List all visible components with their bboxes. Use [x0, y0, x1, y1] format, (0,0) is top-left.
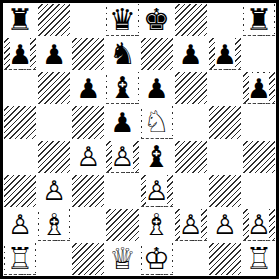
- square-b5[interactable]: [37, 105, 71, 139]
- square-a2[interactable]: ♙: [3, 208, 37, 242]
- chess-board: ♜♛♚♜♟♟♞♟♟♟♝♟♟♟♘♙♙♝♙♙♙♗♗♙♙♙♖♕♔♖: [0, 0, 279, 279]
- square-a3[interactable]: [3, 174, 37, 208]
- black-bishop-e4: ♝: [140, 140, 174, 174]
- square-c6[interactable]: ♟: [71, 71, 105, 105]
- black-king-e8: ♚: [140, 3, 174, 37]
- square-g5[interactable]: [208, 105, 242, 139]
- black-rook-h8: ♜: [242, 3, 276, 37]
- square-g7[interactable]: ♟: [208, 37, 242, 71]
- square-h3[interactable]: [242, 174, 276, 208]
- square-d1[interactable]: ♕: [105, 242, 139, 276]
- square-e4[interactable]: ♝: [140, 140, 174, 174]
- square-h5[interactable]: [242, 105, 276, 139]
- square-b6[interactable]: [37, 71, 71, 105]
- square-f7[interactable]: ♟: [174, 37, 208, 71]
- black-queen-d8: ♛: [105, 3, 139, 37]
- square-f6[interactable]: [174, 71, 208, 105]
- square-e3[interactable]: ♙: [140, 174, 174, 208]
- square-g4[interactable]: [208, 140, 242, 174]
- white-pawn-d4: ♙: [105, 140, 139, 174]
- square-h7[interactable]: [242, 37, 276, 71]
- white-pawn-g2: ♙: [208, 208, 242, 242]
- square-b7[interactable]: ♟: [37, 37, 71, 71]
- square-a6[interactable]: [3, 71, 37, 105]
- white-pawn-e3: ♙: [140, 174, 174, 208]
- black-knight-d7: ♞: [105, 37, 139, 71]
- square-d3[interactable]: [105, 174, 139, 208]
- square-b8[interactable]: [37, 3, 71, 37]
- white-bishop-e2: ♗: [140, 208, 174, 242]
- square-g1[interactable]: [208, 242, 242, 276]
- black-pawn-f7: ♟: [174, 37, 208, 71]
- square-d8[interactable]: ♛: [105, 3, 139, 37]
- white-queen-d1: ♕: [105, 242, 139, 276]
- square-c2[interactable]: [71, 208, 105, 242]
- square-c8[interactable]: [71, 3, 105, 37]
- white-bishop-b2: ♗: [37, 208, 71, 242]
- square-f4[interactable]: [174, 140, 208, 174]
- square-h1[interactable]: ♖: [242, 242, 276, 276]
- black-pawn-d5: ♟: [105, 105, 139, 139]
- square-f3[interactable]: [174, 174, 208, 208]
- square-e1[interactable]: ♔: [140, 242, 174, 276]
- square-f5[interactable]: [174, 105, 208, 139]
- black-pawn-h6: ♟: [242, 71, 276, 105]
- white-king-e1: ♔: [140, 242, 174, 276]
- square-e7[interactable]: [140, 37, 174, 71]
- square-c1[interactable]: [71, 242, 105, 276]
- white-pawn-a2: ♙: [3, 208, 37, 242]
- white-rook-a1: ♖: [3, 242, 37, 276]
- square-b4[interactable]: [37, 140, 71, 174]
- white-pawn-h2: ♙: [242, 208, 276, 242]
- square-g2[interactable]: ♙: [208, 208, 242, 242]
- square-h4[interactable]: [242, 140, 276, 174]
- square-d2[interactable]: [105, 208, 139, 242]
- white-pawn-f2: ♙: [174, 208, 208, 242]
- black-bishop-d6: ♝: [105, 71, 139, 105]
- square-d4[interactable]: ♙: [105, 140, 139, 174]
- black-pawn-g7: ♟: [208, 37, 242, 71]
- white-knight-e5: ♘: [140, 105, 174, 139]
- square-f8[interactable]: [174, 3, 208, 37]
- square-f2[interactable]: ♙: [174, 208, 208, 242]
- square-a5[interactable]: [3, 105, 37, 139]
- black-pawn-c6: ♟: [71, 71, 105, 105]
- square-a1[interactable]: ♖: [3, 242, 37, 276]
- square-a8[interactable]: ♜: [3, 3, 37, 37]
- square-c7[interactable]: [71, 37, 105, 71]
- square-c4[interactable]: ♙: [71, 140, 105, 174]
- square-b3[interactable]: ♙: [37, 174, 71, 208]
- square-h8[interactable]: ♜: [242, 3, 276, 37]
- square-d6[interactable]: ♝: [105, 71, 139, 105]
- square-h2[interactable]: ♙: [242, 208, 276, 242]
- square-e8[interactable]: ♚: [140, 3, 174, 37]
- square-e6[interactable]: ♟: [140, 71, 174, 105]
- white-rook-h1: ♖: [242, 242, 276, 276]
- square-d5[interactable]: ♟: [105, 105, 139, 139]
- black-pawn-e6: ♟: [140, 71, 174, 105]
- black-pawn-a7: ♟: [3, 37, 37, 71]
- square-g8[interactable]: [208, 3, 242, 37]
- square-c3[interactable]: [71, 174, 105, 208]
- square-a4[interactable]: [3, 140, 37, 174]
- white-pawn-b3: ♙: [37, 174, 71, 208]
- square-g6[interactable]: [208, 71, 242, 105]
- black-rook-a8: ♜: [3, 3, 37, 37]
- square-h6[interactable]: ♟: [242, 71, 276, 105]
- white-pawn-c4: ♙: [71, 140, 105, 174]
- square-c5[interactable]: [71, 105, 105, 139]
- square-d7[interactable]: ♞: [105, 37, 139, 71]
- square-b2[interactable]: ♗: [37, 208, 71, 242]
- square-e2[interactable]: ♗: [140, 208, 174, 242]
- square-e5[interactable]: ♘: [140, 105, 174, 139]
- black-pawn-b7: ♟: [37, 37, 71, 71]
- square-a7[interactable]: ♟: [3, 37, 37, 71]
- chess-diagram: ♜♛♚♜♟♟♞♟♟♟♝♟♟♟♘♙♙♝♙♙♙♗♗♙♙♙♖♕♔♖: [0, 0, 279, 279]
- square-f1[interactable]: [174, 242, 208, 276]
- square-b1[interactable]: [37, 242, 71, 276]
- square-g3[interactable]: [208, 174, 242, 208]
